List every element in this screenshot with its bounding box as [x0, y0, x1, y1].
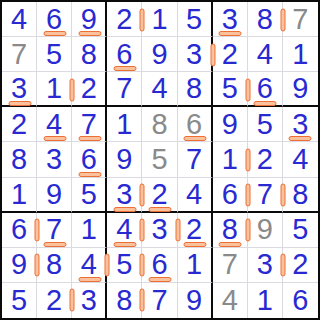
cell-digit: 8	[186, 74, 202, 103]
cell-digit: 5	[222, 74, 238, 103]
cell-r2c2[interactable]: 5	[37, 37, 72, 72]
cell-r9c4[interactable]: 8	[107, 283, 142, 318]
cell-r6c5[interactable]: 2	[142, 178, 177, 213]
cell-r4c7[interactable]: 9	[213, 107, 248, 142]
cell-digit: 5	[81, 180, 97, 209]
cell-digit: 1	[116, 110, 132, 139]
cell-r9c1[interactable]: 5	[2, 283, 37, 318]
cell-digit: 6	[46, 5, 62, 34]
cell-digit: 2	[222, 40, 238, 69]
cell-digit: 6	[222, 180, 238, 209]
cell-digit: 6	[292, 286, 308, 315]
cell-digit: 6	[81, 145, 97, 174]
cell-r2c9[interactable]: 1	[283, 37, 318, 72]
cell-digit: 7	[292, 5, 308, 34]
cell-r3c6[interactable]: 8	[178, 72, 213, 107]
cell-digit: 8	[292, 180, 308, 209]
cell-r1c3[interactable]: 9	[72, 2, 107, 37]
cell-digit: 1	[151, 5, 167, 34]
cell-r1c5[interactable]: 1	[142, 2, 177, 37]
cell-digit: 4	[116, 215, 132, 244]
cell-digit: 5	[186, 5, 202, 34]
cell-r6c6[interactable]: 4	[178, 178, 213, 213]
cell-digit: 7	[11, 40, 27, 69]
cell-r8c8[interactable]: 3	[248, 248, 283, 283]
cell-digit: 8	[116, 286, 132, 315]
cell-r6c8[interactable]: 7	[248, 178, 283, 213]
cell-digit: 9	[151, 40, 167, 69]
cell-r8c7[interactable]: 7	[213, 248, 248, 283]
cell-digit: 3	[151, 215, 167, 244]
cell-r4c4[interactable]: 1	[107, 107, 142, 142]
cell-digit: 1	[11, 180, 27, 209]
cell-r5c7[interactable]: 1	[213, 142, 248, 177]
cell-r7c9[interactable]: 5	[283, 213, 318, 248]
cell-r4c6[interactable]: 6	[178, 107, 213, 142]
cell-r3c9[interactable]: 9	[283, 72, 318, 107]
cell-r3c5[interactable]: 4	[142, 72, 177, 107]
cell-digit: 3	[81, 286, 97, 315]
cell-digit: 2	[11, 110, 27, 139]
cell-r1c2[interactable]: 6	[37, 2, 72, 37]
cell-digit: 4	[292, 145, 308, 174]
cell-digit: 8	[151, 110, 167, 139]
cell-r7c5[interactable]: 3	[142, 213, 177, 248]
cell-digit: 9	[11, 250, 27, 279]
cell-digit: 1	[186, 250, 202, 279]
cell-r5c5[interactable]: 5	[142, 142, 177, 177]
cell-r8c1[interactable]: 9	[2, 248, 37, 283]
cell-r1c7[interactable]: 3	[213, 2, 248, 37]
cell-digit: 1	[222, 145, 238, 174]
cell-digit: 1	[46, 74, 62, 103]
cell-digit: 9	[46, 180, 62, 209]
cell-r7c6[interactable]: 2	[178, 213, 213, 248]
cell-digit: 7	[81, 110, 97, 139]
cell-digit: 4	[186, 180, 202, 209]
cell-digit: 9	[81, 5, 97, 34]
cell-digit: 6	[257, 74, 273, 103]
cell-digit: 6	[116, 40, 132, 69]
cell-r1c6[interactable]: 5	[178, 2, 213, 37]
cell-r2c1[interactable]: 7	[2, 37, 37, 72]
cell-r7c7[interactable]: 8	[213, 213, 248, 248]
cell-r4c3[interactable]: 7	[72, 107, 107, 142]
cell-digit: 8	[46, 250, 62, 279]
cell-r3c3[interactable]: 2	[72, 72, 107, 107]
cell-r3c4[interactable]: 7	[107, 72, 142, 107]
cell-r7c2[interactable]: 7	[37, 213, 72, 248]
cell-r3c1[interactable]: 3	[2, 72, 37, 107]
cell-r9c5[interactable]: 7	[142, 283, 177, 318]
cell-r6c1[interactable]: 1	[2, 178, 37, 213]
cell-digit: 6	[151, 250, 167, 279]
cell-digit: 6	[186, 110, 202, 139]
cell-digit: 5	[116, 250, 132, 279]
cell-r6c2[interactable]: 9	[37, 178, 72, 213]
cell-r5c3[interactable]: 6	[72, 142, 107, 177]
cell-r6c3[interactable]: 5	[72, 178, 107, 213]
cell-r9c9[interactable]: 6	[283, 283, 318, 318]
cell-r3c2[interactable]: 1	[37, 72, 72, 107]
cell-digit: 5	[11, 286, 27, 315]
cell-r4c1[interactable]: 2	[2, 107, 37, 142]
cell-digit: 2	[46, 286, 62, 315]
cell-r1c9[interactable]: 7	[283, 2, 318, 37]
cell-digit: 7	[151, 286, 167, 315]
cell-r6c7[interactable]: 6	[213, 178, 248, 213]
cell-r6c9[interactable]: 8	[283, 178, 318, 213]
cell-digit: 7	[222, 250, 238, 279]
cell-r5c6[interactable]: 7	[178, 142, 213, 177]
cell-digit: 9	[222, 110, 238, 139]
cell-digit: 2	[81, 74, 97, 103]
cell-r5c9[interactable]: 4	[283, 142, 318, 177]
cell-digit: 4	[257, 40, 273, 69]
cell-r2c3[interactable]: 8	[72, 37, 107, 72]
cell-digit: 7	[116, 74, 132, 103]
cell-r2c6[interactable]: 3	[178, 37, 213, 72]
cell-r8c2[interactable]: 8	[37, 248, 72, 283]
cell-digit: 8	[81, 40, 97, 69]
cell-r8c5[interactable]: 6	[142, 248, 177, 283]
cell-r2c4[interactable]: 6	[107, 37, 142, 72]
cell-r8c6[interactable]: 1	[178, 248, 213, 283]
cell-digit: 3	[116, 180, 132, 209]
cell-digit: 9	[292, 74, 308, 103]
cell-r4c8[interactable]: 5	[248, 107, 283, 142]
cell-r3c8[interactable]: 6	[248, 72, 283, 107]
cell-r2c5[interactable]: 9	[142, 37, 177, 72]
cell-digit: 6	[11, 215, 27, 244]
cell-digit: 7	[186, 145, 202, 174]
cell-digit: 1	[292, 40, 308, 69]
cell-digit: 1	[257, 286, 273, 315]
cell-digit: 9	[116, 145, 132, 174]
cell-digit: 8	[222, 215, 238, 244]
cell-digit: 4	[11, 5, 27, 34]
cell-r8c9[interactable]: 2	[283, 248, 318, 283]
cell-digit: 5	[292, 215, 308, 244]
cell-digit: 4	[222, 286, 238, 315]
cell-r7c1[interactable]: 6	[2, 213, 37, 248]
cell-digit: 1	[81, 215, 97, 244]
cell-r5c1[interactable]: 8	[2, 142, 37, 177]
cell-digit: 2	[116, 5, 132, 34]
cell-digit: 3	[257, 250, 273, 279]
cell-digit: 8	[11, 145, 27, 174]
cell-digit: 8	[257, 5, 273, 34]
sudoku-board: 4692153877586932413127485692471869538369…	[0, 0, 320, 320]
cell-digit: 3	[186, 40, 202, 69]
cell-r1c8[interactable]: 8	[248, 2, 283, 37]
cell-r9c2[interactable]: 2	[37, 283, 72, 318]
cell-digit: 9	[186, 286, 202, 315]
cell-r7c4[interactable]: 4	[107, 213, 142, 248]
cell-r9c3[interactable]: 3	[72, 283, 107, 318]
cell-digit: 5	[151, 145, 167, 174]
cell-digit: 2	[186, 215, 202, 244]
cell-digit: 2	[151, 180, 167, 209]
cell-r7c3[interactable]: 1	[72, 213, 107, 248]
cell-r6c4[interactable]: 3	[107, 178, 142, 213]
cell-digit: 3	[292, 110, 308, 139]
cell-r5c8[interactable]: 2	[248, 142, 283, 177]
cell-digit: 4	[46, 110, 62, 139]
cell-digit: 3	[222, 5, 238, 34]
cell-digit: 4	[81, 250, 97, 279]
cell-r5c2[interactable]: 3	[37, 142, 72, 177]
cell-r8c4[interactable]: 5	[107, 248, 142, 283]
cell-r1c1[interactable]: 4	[2, 2, 37, 37]
cell-r4c2[interactable]: 4	[37, 107, 72, 142]
cell-digit: 4	[151, 74, 167, 103]
cell-r2c8[interactable]: 4	[248, 37, 283, 72]
cell-digit: 5	[257, 110, 273, 139]
cell-r4c5[interactable]: 8	[142, 107, 177, 142]
cell-digit: 7	[46, 215, 62, 244]
cell-r4c9[interactable]: 3	[283, 107, 318, 142]
cell-r9c7[interactable]: 4	[213, 283, 248, 318]
cell-r7c8[interactable]: 9	[248, 213, 283, 248]
cell-r2c7[interactable]: 2	[213, 37, 248, 72]
cell-digit: 7	[257, 180, 273, 209]
cell-r9c8[interactable]: 1	[248, 283, 283, 318]
cell-r3c7[interactable]: 5	[213, 72, 248, 107]
cell-digit: 2	[292, 250, 308, 279]
cell-r1c4[interactable]: 2	[107, 2, 142, 37]
cell-digit: 9	[257, 215, 273, 244]
cell-r5c4[interactable]: 9	[107, 142, 142, 177]
cell-r8c3[interactable]: 4	[72, 248, 107, 283]
cell-digit: 5	[46, 40, 62, 69]
cell-digit: 3	[11, 74, 27, 103]
cell-digit: 2	[257, 145, 273, 174]
cell-digit: 3	[46, 145, 62, 174]
cell-r9c6[interactable]: 9	[178, 283, 213, 318]
